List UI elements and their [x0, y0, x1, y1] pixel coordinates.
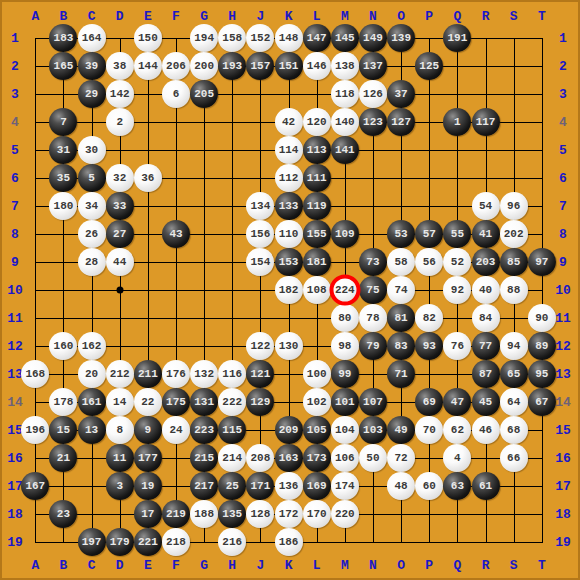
stone-C6[interactable]: 5: [78, 164, 106, 192]
stone-L8[interactable]: 155: [303, 220, 331, 248]
stone-F15[interactable]: 24: [162, 416, 190, 444]
stone-E1[interactable]: 150: [134, 24, 162, 52]
stone-M17[interactable]: 174: [331, 472, 359, 500]
stone-S15[interactable]: 68: [500, 416, 528, 444]
stone-P15[interactable]: 70: [415, 416, 443, 444]
stone-T14[interactable]: 67: [528, 388, 556, 416]
stone-C1[interactable]: 164: [78, 24, 106, 52]
stone-K7[interactable]: 133: [275, 192, 303, 220]
stone-E15[interactable]: 9: [134, 416, 162, 444]
star-point-D10: [116, 287, 123, 294]
stone-J1[interactable]: 152: [246, 24, 274, 52]
stone-A13[interactable]: 168: [21, 360, 49, 388]
stone-R14[interactable]: 45: [472, 388, 500, 416]
stone-H18[interactable]: 135: [218, 500, 246, 528]
stone-C12[interactable]: 162: [78, 332, 106, 360]
stone-B16[interactable]: 21: [49, 444, 77, 472]
grid-vline-A: [35, 38, 36, 543]
row-label-right-9: 9: [559, 256, 567, 269]
stone-T13[interactable]: 95: [528, 360, 556, 388]
stone-M8[interactable]: 109: [331, 220, 359, 248]
stone-F14[interactable]: 175: [162, 388, 190, 416]
stone-K17[interactable]: 136: [275, 472, 303, 500]
row-label-left-5: 5: [11, 144, 19, 157]
col-label-top-A: A: [31, 9, 39, 22]
col-label-bottom-M: M: [341, 558, 349, 571]
stone-D15[interactable]: 8: [106, 416, 134, 444]
stone-R4[interactable]: 117: [472, 108, 500, 136]
col-label-bottom-N: N: [369, 558, 377, 571]
stone-D4[interactable]: 2: [106, 108, 134, 136]
row-label-left-12: 12: [7, 340, 23, 353]
stone-N14[interactable]: 107: [359, 388, 387, 416]
row-label-right-18: 18: [555, 508, 571, 521]
stone-K16[interactable]: 163: [275, 444, 303, 472]
stone-C19[interactable]: 197: [78, 528, 106, 556]
stone-K8[interactable]: 110: [275, 220, 303, 248]
stone-H15[interactable]: 115: [218, 416, 246, 444]
grid-vline-C: [92, 38, 93, 543]
stone-K9[interactable]: 153: [275, 248, 303, 276]
stone-M13[interactable]: 99: [331, 360, 359, 388]
col-label-top-K: K: [285, 9, 293, 22]
stone-M18[interactable]: 220: [331, 500, 359, 528]
stone-E6[interactable]: 36: [134, 164, 162, 192]
stone-J17[interactable]: 171: [246, 472, 274, 500]
stone-T12[interactable]: 89: [528, 332, 556, 360]
stone-N3[interactable]: 126: [359, 80, 387, 108]
stone-N1[interactable]: 149: [359, 24, 387, 52]
stone-P11[interactable]: 82: [415, 304, 443, 332]
stone-C3[interactable]: 29: [78, 80, 106, 108]
stone-Q17[interactable]: 63: [443, 472, 471, 500]
stone-G17[interactable]: 217: [190, 472, 218, 500]
stone-D19[interactable]: 179: [106, 528, 134, 556]
stone-O4[interactable]: 127: [387, 108, 415, 136]
col-label-bottom-G: G: [200, 558, 208, 571]
stone-N10[interactable]: 75: [359, 276, 387, 304]
stone-M16[interactable]: 106: [331, 444, 359, 472]
stone-E19[interactable]: 221: [134, 528, 162, 556]
row-label-right-14: 14: [555, 396, 571, 409]
stone-K12[interactable]: 130: [275, 332, 303, 360]
stone-C8[interactable]: 26: [78, 220, 106, 248]
stone-E17[interactable]: 19: [134, 472, 162, 500]
col-label-top-S: S: [510, 9, 518, 22]
row-label-right-19: 19: [555, 536, 571, 549]
stone-H19[interactable]: 216: [218, 528, 246, 556]
stone-Q10[interactable]: 92: [443, 276, 471, 304]
stone-L6[interactable]: 111: [303, 164, 331, 192]
stone-L15[interactable]: 105: [303, 416, 331, 444]
stone-N12[interactable]: 79: [359, 332, 387, 360]
stone-C5[interactable]: 30: [78, 136, 106, 164]
col-label-bottom-S: S: [510, 558, 518, 571]
col-label-top-D: D: [116, 9, 124, 22]
grid-vline-T: [542, 38, 543, 543]
stone-N11[interactable]: 78: [359, 304, 387, 332]
stone-B18[interactable]: 23: [49, 500, 77, 528]
col-label-top-H: H: [228, 9, 236, 22]
stone-F18[interactable]: 219: [162, 500, 190, 528]
row-label-left-4: 4: [11, 116, 19, 129]
stone-R12[interactable]: 77: [472, 332, 500, 360]
row-label-left-8: 8: [11, 228, 19, 241]
stone-L4[interactable]: 120: [303, 108, 331, 136]
stone-B5[interactable]: 31: [49, 136, 77, 164]
stone-J16[interactable]: 208: [246, 444, 274, 472]
stone-J7[interactable]: 134: [246, 192, 274, 220]
col-label-top-F: F: [172, 9, 180, 22]
stone-O10[interactable]: 74: [387, 276, 415, 304]
col-label-bottom-L: L: [313, 558, 321, 571]
stone-M12[interactable]: 98: [331, 332, 359, 360]
stone-P9[interactable]: 56: [415, 248, 443, 276]
stone-B4[interactable]: 7: [49, 108, 77, 136]
stone-F2[interactable]: 206: [162, 52, 190, 80]
stone-D16[interactable]: 11: [106, 444, 134, 472]
stone-P8[interactable]: 57: [415, 220, 443, 248]
stone-M5[interactable]: 141: [331, 136, 359, 164]
stone-L5[interactable]: 113: [303, 136, 331, 164]
grid-vline-P: [429, 38, 430, 543]
row-label-right-2: 2: [559, 60, 567, 73]
row-label-right-16: 16: [555, 452, 571, 465]
stone-H2[interactable]: 193: [218, 52, 246, 80]
stone-E18[interactable]: 17: [134, 500, 162, 528]
stone-M11[interactable]: 80: [331, 304, 359, 332]
stone-D2[interactable]: 38: [106, 52, 134, 80]
stone-N9[interactable]: 73: [359, 248, 387, 276]
row-label-right-7: 7: [559, 200, 567, 213]
stone-Q14[interactable]: 47: [443, 388, 471, 416]
stone-R13[interactable]: 87: [472, 360, 500, 388]
stone-G13[interactable]: 132: [190, 360, 218, 388]
stone-G16[interactable]: 215: [190, 444, 218, 472]
row-label-left-16: 16: [7, 452, 23, 465]
row-label-right-10: 10: [555, 284, 571, 297]
stone-K5[interactable]: 114: [275, 136, 303, 164]
stone-C14[interactable]: 161: [78, 388, 106, 416]
stone-H1[interactable]: 158: [218, 24, 246, 52]
stone-L14[interactable]: 102: [303, 388, 331, 416]
stone-L13[interactable]: 100: [303, 360, 331, 388]
stone-E14[interactable]: 22: [134, 388, 162, 416]
stone-P14[interactable]: 69: [415, 388, 443, 416]
stone-O12[interactable]: 83: [387, 332, 415, 360]
row-label-left-19: 19: [7, 536, 23, 549]
col-label-bottom-H: H: [228, 558, 236, 571]
stone-C7[interactable]: 34: [78, 192, 106, 220]
col-label-top-B: B: [60, 9, 68, 22]
col-label-top-N: N: [369, 9, 377, 22]
stone-H17[interactable]: 25: [218, 472, 246, 500]
stone-F13[interactable]: 176: [162, 360, 190, 388]
col-label-bottom-C: C: [88, 558, 96, 571]
stone-Q8[interactable]: 55: [443, 220, 471, 248]
stone-S8[interactable]: 202: [500, 220, 528, 248]
stone-A15[interactable]: 196: [21, 416, 49, 444]
stone-G1[interactable]: 194: [190, 24, 218, 52]
stone-K19[interactable]: 186: [275, 528, 303, 556]
stone-Q12[interactable]: 76: [443, 332, 471, 360]
stone-G18[interactable]: 188: [190, 500, 218, 528]
stone-S14[interactable]: 64: [500, 388, 528, 416]
stone-M10[interactable]: 224: [331, 276, 359, 304]
stone-S13[interactable]: 65: [500, 360, 528, 388]
stone-D7[interactable]: 33: [106, 192, 134, 220]
stone-D14[interactable]: 14: [106, 388, 134, 416]
col-label-bottom-T: T: [538, 558, 546, 571]
stone-K18[interactable]: 172: [275, 500, 303, 528]
stone-Q15[interactable]: 62: [443, 416, 471, 444]
stone-R7[interactable]: 54: [472, 192, 500, 220]
stone-C13[interactable]: 20: [78, 360, 106, 388]
stone-T11[interactable]: 90: [528, 304, 556, 332]
stone-J12[interactable]: 122: [246, 332, 274, 360]
stone-S16[interactable]: 66: [500, 444, 528, 472]
stone-F3[interactable]: 6: [162, 80, 190, 108]
stone-B2[interactable]: 165: [49, 52, 77, 80]
stone-B15[interactable]: 15: [49, 416, 77, 444]
col-label-bottom-E: E: [144, 558, 152, 571]
stone-O3[interactable]: 37: [387, 80, 415, 108]
row-label-left-2: 2: [11, 60, 19, 73]
col-label-bottom-K: K: [285, 558, 293, 571]
row-label-left-10: 10: [7, 284, 23, 297]
stone-L17[interactable]: 169: [303, 472, 331, 500]
stone-D3[interactable]: 142: [106, 80, 134, 108]
row-label-right-3: 3: [559, 88, 567, 101]
col-label-top-C: C: [88, 9, 96, 22]
stone-K10[interactable]: 182: [275, 276, 303, 304]
stone-K15[interactable]: 209: [275, 416, 303, 444]
stone-K6[interactable]: 112: [275, 164, 303, 192]
stone-J13[interactable]: 121: [246, 360, 274, 388]
col-label-bottom-A: A: [31, 558, 39, 571]
col-label-bottom-D: D: [116, 558, 124, 571]
stone-L10[interactable]: 108: [303, 276, 331, 304]
col-label-bottom-P: P: [425, 558, 433, 571]
stone-F8[interactable]: 43: [162, 220, 190, 248]
col-label-bottom-O: O: [397, 558, 405, 571]
stone-A17[interactable]: 167: [21, 472, 49, 500]
row-label-left-14: 14: [7, 396, 23, 409]
stone-T9[interactable]: 97: [528, 248, 556, 276]
stone-J14[interactable]: 129: [246, 388, 274, 416]
stone-M2[interactable]: 138: [331, 52, 359, 80]
stone-Q1[interactable]: 191: [443, 24, 471, 52]
stone-H13[interactable]: 116: [218, 360, 246, 388]
stone-R8[interactable]: 41: [472, 220, 500, 248]
col-label-bottom-F: F: [172, 558, 180, 571]
stone-P17[interactable]: 60: [415, 472, 443, 500]
row-label-right-15: 15: [555, 424, 571, 437]
row-label-right-13: 13: [555, 368, 571, 381]
stone-O16[interactable]: 72: [387, 444, 415, 472]
stone-R11[interactable]: 84: [472, 304, 500, 332]
row-label-right-12: 12: [555, 340, 571, 353]
col-label-top-J: J: [257, 9, 265, 22]
col-label-bottom-B: B: [60, 558, 68, 571]
stone-C15[interactable]: 13: [78, 416, 106, 444]
go-board[interactable]: AABBCCDDEEFFGGHHJJKKLLMMNNOOPPQQRRSSTT11…: [0, 0, 580, 580]
stone-E13[interactable]: 211: [134, 360, 162, 388]
row-label-left-18: 18: [7, 508, 23, 521]
stone-L18[interactable]: 170: [303, 500, 331, 528]
stone-S10[interactable]: 88: [500, 276, 528, 304]
stone-S12[interactable]: 94: [500, 332, 528, 360]
row-label-left-1: 1: [11, 32, 19, 45]
col-label-bottom-R: R: [482, 558, 490, 571]
stone-O13[interactable]: 71: [387, 360, 415, 388]
stone-M15[interactable]: 104: [331, 416, 359, 444]
stone-S7[interactable]: 96: [500, 192, 528, 220]
col-label-bottom-J: J: [257, 558, 265, 571]
stone-Q9[interactable]: 52: [443, 248, 471, 276]
col-label-top-Q: Q: [453, 9, 461, 22]
row-label-left-7: 7: [11, 200, 19, 213]
stone-M14[interactable]: 101: [331, 388, 359, 416]
stone-J8[interactable]: 156: [246, 220, 274, 248]
stone-R17[interactable]: 61: [472, 472, 500, 500]
col-label-top-O: O: [397, 9, 405, 22]
stone-L9[interactable]: 181: [303, 248, 331, 276]
stone-D8[interactable]: 27: [106, 220, 134, 248]
stone-F19[interactable]: 218: [162, 528, 190, 556]
stone-L1[interactable]: 147: [303, 24, 331, 52]
row-label-right-8: 8: [559, 228, 567, 241]
stone-M3[interactable]: 118: [331, 80, 359, 108]
stone-M4[interactable]: 140: [331, 108, 359, 136]
stone-R9[interactable]: 203: [472, 248, 500, 276]
stone-H14[interactable]: 222: [218, 388, 246, 416]
stone-N4[interactable]: 123: [359, 108, 387, 136]
col-label-top-E: E: [144, 9, 152, 22]
stone-D13[interactable]: 212: [106, 360, 134, 388]
stone-N2[interactable]: 137: [359, 52, 387, 80]
row-label-right-17: 17: [555, 480, 571, 493]
col-label-top-M: M: [341, 9, 349, 22]
row-label-right-5: 5: [559, 144, 567, 157]
stone-J2[interactable]: 157: [246, 52, 274, 80]
row-label-right-11: 11: [555, 312, 571, 325]
row-label-right-1: 1: [559, 32, 567, 45]
stone-B7[interactable]: 180: [49, 192, 77, 220]
stone-R10[interactable]: 40: [472, 276, 500, 304]
stone-E2[interactable]: 144: [134, 52, 162, 80]
stone-D17[interactable]: 3: [106, 472, 134, 500]
stone-P12[interactable]: 93: [415, 332, 443, 360]
stone-B12[interactable]: 160: [49, 332, 77, 360]
stone-D9[interactable]: 44: [106, 248, 134, 276]
stone-N16[interactable]: 50: [359, 444, 387, 472]
stone-R15[interactable]: 46: [472, 416, 500, 444]
stone-K4[interactable]: 42: [275, 108, 303, 136]
col-label-bottom-Q: Q: [453, 558, 461, 571]
row-label-right-6: 6: [559, 172, 567, 185]
grid-vline-F: [176, 38, 177, 543]
row-label-right-4: 4: [559, 116, 567, 129]
col-label-top-T: T: [538, 9, 546, 22]
stone-G3[interactable]: 205: [190, 80, 218, 108]
col-label-top-G: G: [200, 9, 208, 22]
stone-G14[interactable]: 131: [190, 388, 218, 416]
stone-N15[interactable]: 103: [359, 416, 387, 444]
row-label-left-6: 6: [11, 172, 19, 185]
stone-K1[interactable]: 148: [275, 24, 303, 52]
stone-J9[interactable]: 154: [246, 248, 274, 276]
stone-L2[interactable]: 146: [303, 52, 331, 80]
stone-L16[interactable]: 173: [303, 444, 331, 472]
stone-Q16[interactable]: 4: [443, 444, 471, 472]
stone-M1[interactable]: 145: [331, 24, 359, 52]
row-label-left-3: 3: [11, 88, 19, 101]
col-label-top-P: P: [425, 9, 433, 22]
stone-O9[interactable]: 58: [387, 248, 415, 276]
stone-G15[interactable]: 223: [190, 416, 218, 444]
stone-G2[interactable]: 200: [190, 52, 218, 80]
stone-Q4[interactable]: 1: [443, 108, 471, 136]
stone-B14[interactable]: 178: [49, 388, 77, 416]
stone-D6[interactable]: 32: [106, 164, 134, 192]
stone-E16[interactable]: 177: [134, 444, 162, 472]
stone-B6[interactable]: 35: [49, 164, 77, 192]
stone-J18[interactable]: 128: [246, 500, 274, 528]
stone-L7[interactable]: 119: [303, 192, 331, 220]
col-label-top-R: R: [482, 9, 490, 22]
stone-O15[interactable]: 49: [387, 416, 415, 444]
stone-O11[interactable]: 81: [387, 304, 415, 332]
stone-O1[interactable]: 139: [387, 24, 415, 52]
stone-K2[interactable]: 151: [275, 52, 303, 80]
stone-O17[interactable]: 48: [387, 472, 415, 500]
stone-S9[interactable]: 85: [500, 248, 528, 276]
stone-H16[interactable]: 214: [218, 444, 246, 472]
row-label-left-11: 11: [7, 312, 23, 325]
stone-O8[interactable]: 53: [387, 220, 415, 248]
col-label-top-L: L: [313, 9, 321, 22]
stone-C9[interactable]: 28: [78, 248, 106, 276]
stone-C2[interactable]: 39: [78, 52, 106, 80]
stone-B1[interactable]: 183: [49, 24, 77, 52]
stone-P2[interactable]: 125: [415, 52, 443, 80]
row-label-left-9: 9: [11, 256, 19, 269]
